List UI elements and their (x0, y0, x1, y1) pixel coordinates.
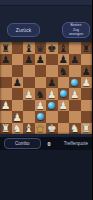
square-g1[interactable]: ♞ (69, 123, 81, 135)
square-e5[interactable]: ♟ (46, 77, 58, 89)
square-f5[interactable] (58, 77, 70, 89)
piece-white-bishop[interactable]: ♝ (24, 123, 33, 134)
square-f3[interactable]: ♟ (58, 100, 70, 112)
square-h2[interactable] (81, 111, 93, 123)
piece-white-rook[interactable]: ♜ (1, 123, 10, 134)
square-g6[interactable] (69, 65, 81, 77)
square-b1[interactable]: ♞ (12, 123, 24, 135)
square-b7[interactable] (12, 54, 24, 66)
hint-button-line2: anzeigen (69, 32, 83, 37)
piece-black-bishop[interactable]: ♝ (24, 43, 33, 54)
square-h4[interactable] (81, 88, 93, 100)
square-e1[interactable]: ♚ (46, 123, 58, 135)
square-g4[interactable]: ♟ (69, 88, 81, 100)
square-g3[interactable] (69, 100, 81, 112)
square-a5[interactable] (0, 77, 12, 89)
piece-black-queen[interactable]: ♛ (36, 43, 45, 54)
piece-black-pawn[interactable]: ♟ (36, 54, 45, 65)
hint-dot-e3 (48, 102, 55, 109)
hint-button-line1: Besten Zug (69, 23, 83, 32)
piece-white-knight[interactable]: ♞ (13, 123, 22, 134)
square-c3[interactable] (23, 100, 35, 112)
piece-black-pawn[interactable]: ♟ (47, 77, 56, 88)
square-f7[interactable]: ♟ (58, 54, 70, 66)
piece-white-pawn[interactable]: ♟ (13, 112, 22, 123)
piece-black-knight[interactable]: ♞ (59, 66, 68, 77)
chess-board[interactable]: ♜♝♛♚♝♜♟♟♟♟♟♞♟♟♟♟♟♞♟♟♟♟♟♟♜♞♝♛♚♞♜ (0, 42, 92, 134)
square-f1[interactable] (58, 123, 70, 135)
piece-black-pawn[interactable]: ♟ (1, 54, 10, 65)
square-g2[interactable] (69, 111, 81, 123)
square-h7[interactable] (81, 54, 93, 66)
square-g5[interactable] (69, 77, 81, 89)
square-e2[interactable] (46, 111, 58, 123)
square-a8[interactable]: ♜ (0, 42, 12, 54)
footer-bar: Combo 0 Trefferquote (0, 137, 92, 150)
square-f8[interactable]: ♝ (58, 42, 70, 54)
piece-black-king[interactable]: ♚ (47, 43, 56, 54)
piece-white-pawn[interactable]: ♟ (70, 89, 79, 100)
square-c4[interactable]: ♟ (23, 88, 35, 100)
square-b2[interactable]: ♟ (12, 111, 24, 123)
piece-black-pawn[interactable]: ♟ (13, 77, 22, 88)
piece-black-rook[interactable]: ♜ (1, 43, 10, 54)
piece-white-rook[interactable]: ♜ (82, 123, 91, 134)
piece-white-king[interactable]: ♚ (47, 123, 56, 134)
square-h3[interactable] (81, 100, 93, 112)
square-d2[interactable] (35, 111, 47, 123)
square-e4[interactable]: ♟ (46, 88, 58, 100)
square-e8[interactable]: ♚ (46, 42, 58, 54)
hint-dot-f4 (60, 90, 67, 97)
status-strip (0, 0, 92, 6)
square-d3[interactable]: ♟ (35, 100, 47, 112)
square-h8[interactable]: ♜ (81, 42, 93, 54)
app-screen: Zurück Besten Zug anzeigen ♜♝♛♚♝♜♟♟♟♟♟♞♟… (0, 0, 92, 200)
hint-dot-g5 (71, 79, 78, 86)
square-f2[interactable] (58, 111, 70, 123)
square-f4[interactable] (58, 88, 70, 100)
square-h6[interactable]: ♟ (81, 65, 93, 77)
combo-label: Combo (15, 141, 30, 146)
square-d1[interactable]: ♛ (35, 123, 47, 135)
square-c6[interactable] (23, 65, 35, 77)
piece-white-knight[interactable]: ♞ (70, 123, 79, 134)
piece-white-pawn[interactable]: ♟ (36, 100, 45, 111)
square-e6[interactable] (46, 65, 58, 77)
square-e7[interactable] (46, 54, 58, 66)
accuracy-label: Trefferquote (64, 141, 88, 146)
square-d5[interactable] (35, 77, 47, 89)
combo-value: 0 (48, 141, 51, 147)
square-a7[interactable]: ♟ (0, 54, 12, 66)
square-b6[interactable] (12, 65, 24, 77)
piece-white-pawn[interactable]: ♟ (24, 89, 33, 100)
square-c5[interactable] (23, 77, 35, 89)
hint-dot-d2 (37, 113, 44, 120)
square-c2[interactable] (23, 111, 35, 123)
square-a3[interactable]: ♟ (0, 100, 12, 112)
square-c1[interactable]: ♝ (23, 123, 35, 135)
square-a6[interactable] (0, 65, 12, 77)
square-h5[interactable]: ♟ (81, 77, 93, 89)
square-b4[interactable] (12, 88, 24, 100)
square-h1[interactable]: ♜ (81, 123, 93, 135)
bottom-void (0, 150, 92, 200)
square-b5[interactable]: ♟ (12, 77, 24, 89)
back-button[interactable]: Zurück (7, 23, 40, 37)
square-f6[interactable]: ♞ (58, 65, 70, 77)
square-b8[interactable] (12, 42, 24, 54)
piece-white-pawn[interactable]: ♟ (1, 100, 10, 111)
square-b3[interactable] (12, 100, 24, 112)
square-d4[interactable]: ♞ (35, 88, 47, 100)
back-button-label: Zurück (16, 27, 31, 33)
show-best-move-button[interactable]: Besten Zug anzeigen (62, 22, 90, 38)
square-a4[interactable] (0, 88, 12, 100)
piece-black-bishop[interactable]: ♝ (59, 43, 68, 54)
square-a2[interactable] (0, 111, 12, 123)
square-c7[interactable]: ♟ (23, 54, 35, 66)
piece-black-pawn[interactable]: ♟ (59, 54, 68, 65)
square-d7[interactable]: ♟ (35, 54, 47, 66)
square-g8[interactable] (69, 42, 81, 54)
piece-white-pawn[interactable]: ♟ (82, 77, 91, 88)
piece-black-rook[interactable]: ♜ (82, 43, 91, 54)
piece-white-pawn[interactable]: ♟ (59, 100, 68, 111)
piece-black-pawn[interactable]: ♟ (24, 54, 33, 65)
piece-white-queen[interactable]: ♛ (36, 123, 45, 134)
square-a1[interactable]: ♜ (0, 123, 12, 135)
piece-black-pawn[interactable]: ♟ (82, 66, 91, 77)
square-d8[interactable]: ♛ (35, 42, 47, 54)
piece-white-pawn[interactable]: ♟ (47, 89, 56, 100)
square-c8[interactable]: ♝ (23, 42, 35, 54)
square-e3[interactable] (46, 100, 58, 112)
combo-pill: Combo (4, 138, 41, 149)
piece-black-knight[interactable]: ♞ (36, 89, 45, 100)
square-g7[interactable]: ♟ (69, 54, 81, 66)
square-d6[interactable] (35, 65, 47, 77)
piece-black-pawn[interactable]: ♟ (70, 54, 79, 65)
